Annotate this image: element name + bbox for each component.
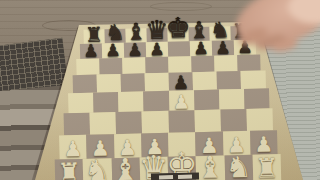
square-a2: ♟ [59, 135, 87, 160]
square-a8: ♜ [84, 29, 105, 44]
black-rook: ♜ [232, 21, 250, 41]
black-pawn: ♟ [237, 39, 253, 56]
white-pawn: ♟ [63, 139, 82, 160]
square-e6 [168, 56, 191, 73]
square-d8: ♛ [146, 28, 167, 43]
white-bishop: ♝ [196, 152, 224, 180]
black-pawn: ♟ [149, 41, 165, 58]
square-c4 [118, 91, 144, 112]
chess-photo-scene: ♜♞♝♛♚♝♞♜♟♟♟♟♟♟♟♟♟♟♟♟♟♟♟♟♜♞♝♛♚♝♞♜ [0, 0, 320, 180]
square-h3 [246, 108, 273, 131]
square-g3 [220, 109, 247, 132]
square-h7: ♟ [234, 40, 256, 56]
square-b4 [93, 92, 119, 113]
square-a6 [76, 58, 99, 75]
black-pawn: ♟ [105, 42, 121, 59]
square-e5: ♟ [169, 72, 194, 91]
square-c5 [120, 73, 145, 92]
square-a3 [64, 113, 91, 136]
square-c6 [122, 57, 145, 74]
white-pawn: ♟ [118, 138, 137, 159]
square-b5 [96, 74, 121, 93]
square-e2 [168, 132, 196, 157]
white-pawn: ♟ [254, 134, 273, 155]
square-h1: ♜ [252, 154, 281, 180]
square-e4: ♟ [169, 90, 195, 111]
black-knight: ♞ [210, 19, 230, 41]
square-g4 [219, 89, 245, 110]
square-b7: ♟ [102, 43, 124, 59]
black-pawn: ♟ [83, 42, 99, 59]
square-b6 [99, 58, 122, 75]
sticker-chip [158, 175, 172, 179]
square-h5 [241, 70, 266, 89]
square-h6 [237, 55, 260, 72]
white-pawn: ♟ [91, 138, 110, 159]
square-g6 [214, 55, 237, 72]
white-bishop: ♝ [112, 155, 140, 180]
square-c3 [116, 111, 143, 134]
board-edge-sticker [151, 172, 199, 180]
white-rook: ♜ [57, 159, 82, 180]
black-pawn: ♟ [215, 39, 231, 56]
white-pawn: ♟ [145, 137, 164, 158]
square-d4 [143, 91, 169, 112]
square-d2: ♟ [141, 133, 169, 158]
white-pawn: ♟ [200, 136, 219, 157]
square-e7 [168, 41, 190, 57]
square-b8: ♞ [105, 29, 126, 44]
black-king: ♚ [165, 14, 191, 43]
square-g5 [217, 71, 242, 90]
square-g1: ♞ [224, 155, 253, 180]
square-f6 [191, 56, 214, 73]
square-c7: ♟ [124, 42, 146, 58]
black-rook: ♜ [85, 24, 103, 44]
square-d6 [145, 57, 168, 74]
square-b3 [90, 112, 117, 135]
square-g8: ♞ [209, 26, 230, 41]
square-h8: ♜ [230, 26, 251, 41]
black-pawn: ♟ [193, 40, 209, 57]
square-b1: ♞ [83, 158, 112, 180]
white-pawn: ♟ [227, 135, 246, 156]
sticker-chip [177, 174, 191, 178]
square-c2: ♟ [114, 133, 142, 158]
black-knight: ♞ [105, 22, 125, 44]
square-g2: ♟ [223, 131, 251, 156]
square-d3 [142, 111, 169, 134]
square-e3 [168, 110, 195, 133]
square-b2: ♟ [86, 134, 114, 159]
square-f2: ♟ [195, 131, 223, 156]
black-pawn: ♟ [173, 73, 190, 91]
square-d7: ♟ [146, 42, 168, 58]
square-f5 [193, 72, 218, 91]
square-h2: ♟ [250, 130, 278, 155]
square-a4 [68, 93, 94, 114]
black-bishop: ♝ [188, 19, 209, 42]
square-f1: ♝ [196, 155, 225, 180]
square-f4 [194, 90, 220, 111]
square-a7: ♟ [80, 43, 102, 59]
square-f8: ♝ [188, 27, 209, 42]
square-a5 [72, 75, 97, 94]
square-e8: ♚ [167, 27, 188, 42]
black-bishop: ♝ [125, 20, 146, 43]
square-c1: ♝ [111, 158, 140, 180]
square-f3 [194, 110, 221, 133]
chess-board: ♜♞♝♛♚♝♞♜♟♟♟♟♟♟♟♟♟♟♟♟♟♟♟♟♜♞♝♛♚♝♞♜ [0, 0, 320, 180]
white-rook: ♜ [254, 154, 279, 180]
square-f7: ♟ [190, 41, 212, 57]
black-queen: ♛ [145, 17, 169, 44]
square-d5 [144, 73, 169, 92]
white-knight: ♞ [225, 153, 252, 180]
square-a1: ♜ [55, 159, 84, 180]
square-h4 [244, 88, 270, 109]
white-knight: ♞ [84, 156, 111, 180]
square-c8: ♝ [125, 28, 146, 43]
white-pawn: ♟ [173, 92, 191, 111]
black-pawn: ♟ [127, 41, 143, 58]
square-g7: ♟ [212, 40, 234, 56]
